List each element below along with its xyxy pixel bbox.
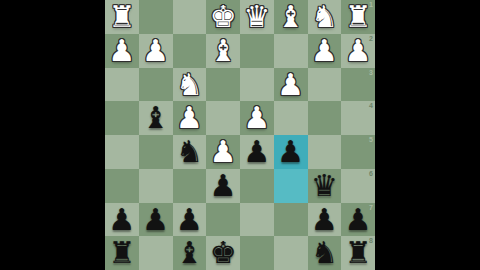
black-bishop: ♝ — [173, 236, 207, 270]
square-b6[interactable]: ♛ — [308, 169, 342, 203]
video-frame: ♜♚♛♝♞♜1♟♟♝♟♟2♞♟3♝♟♟4♞♟♟♟5♟♛6♟♟♟♟♟7♜♝♚♞♜8 — [0, 0, 480, 270]
square-h5[interactable] — [105, 135, 139, 169]
square-e2[interactable]: ♝ — [206, 34, 240, 68]
square-h7[interactable]: ♟ — [105, 203, 139, 237]
square-d2[interactable] — [240, 34, 274, 68]
black-pawn: ♟ — [139, 203, 173, 237]
square-a5[interactable]: 5 — [341, 135, 375, 169]
square-a4[interactable]: 4 — [341, 101, 375, 135]
square-c4[interactable] — [274, 101, 308, 135]
square-g2[interactable]: ♟ — [139, 34, 173, 68]
square-c8[interactable] — [274, 236, 308, 270]
rank-label-4: 4 — [369, 102, 373, 109]
square-f1[interactable] — [173, 0, 207, 34]
letterbox-right — [375, 0, 480, 270]
square-b2[interactable]: ♟ — [308, 34, 342, 68]
square-a3[interactable]: 3 — [341, 68, 375, 102]
white-pawn: ♟ — [240, 101, 274, 135]
square-h1[interactable]: ♜ — [105, 0, 139, 34]
black-pawn: ♟ — [240, 135, 274, 169]
square-a6[interactable]: 6 — [341, 169, 375, 203]
rank-label-8: 8 — [369, 237, 373, 244]
square-f8[interactable]: ♝ — [173, 236, 207, 270]
square-g3[interactable] — [139, 68, 173, 102]
square-e8[interactable]: ♚ — [206, 236, 240, 270]
rank-label-2: 2 — [369, 35, 373, 42]
square-e3[interactable] — [206, 68, 240, 102]
square-d3[interactable] — [240, 68, 274, 102]
square-d1[interactable]: ♛ — [240, 0, 274, 34]
square-d5[interactable]: ♟ — [240, 135, 274, 169]
square-f5[interactable]: ♞ — [173, 135, 207, 169]
square-d7[interactable] — [240, 203, 274, 237]
square-a2[interactable]: ♟2 — [341, 34, 375, 68]
black-pawn: ♟ — [206, 169, 240, 203]
square-g4[interactable]: ♝ — [139, 101, 173, 135]
white-knight: ♞ — [173, 68, 207, 102]
square-c6[interactable] — [274, 169, 308, 203]
square-b3[interactable] — [308, 68, 342, 102]
black-pawn: ♟ — [308, 203, 342, 237]
square-c3[interactable]: ♟ — [274, 68, 308, 102]
white-pawn: ♟ — [308, 34, 342, 68]
white-pawn: ♟ — [105, 34, 139, 68]
white-king: ♚ — [206, 0, 240, 34]
square-d6[interactable] — [240, 169, 274, 203]
square-e5[interactable]: ♟ — [206, 135, 240, 169]
black-king: ♚ — [206, 236, 240, 270]
square-b4[interactable] — [308, 101, 342, 135]
square-f7[interactable]: ♟ — [173, 203, 207, 237]
white-pawn: ♟ — [139, 34, 173, 68]
square-h3[interactable] — [105, 68, 139, 102]
black-rook: ♜ — [105, 236, 139, 270]
square-h4[interactable] — [105, 101, 139, 135]
square-e7[interactable] — [206, 203, 240, 237]
square-c2[interactable] — [274, 34, 308, 68]
white-bishop: ♝ — [206, 34, 240, 68]
square-h6[interactable] — [105, 169, 139, 203]
square-e1[interactable]: ♚ — [206, 0, 240, 34]
white-pawn: ♟ — [206, 135, 240, 169]
square-b7[interactable]: ♟ — [308, 203, 342, 237]
white-rook: ♜ — [105, 0, 139, 34]
black-queen: ♛ — [308, 169, 342, 203]
square-e4[interactable] — [206, 101, 240, 135]
black-knight: ♞ — [308, 236, 342, 270]
black-pawn: ♟ — [173, 203, 207, 237]
black-pawn: ♟ — [105, 203, 139, 237]
square-c7[interactable] — [274, 203, 308, 237]
black-pawn: ♟ — [341, 203, 375, 237]
square-a7[interactable]: ♟7 — [341, 203, 375, 237]
black-pawn: ♟ — [274, 135, 308, 169]
white-knight: ♞ — [308, 0, 342, 34]
chess-board: ♜♚♛♝♞♜1♟♟♝♟♟2♞♟3♝♟♟4♞♟♟♟5♟♛6♟♟♟♟♟7♜♝♚♞♜8 — [105, 0, 375, 270]
square-b8[interactable]: ♞ — [308, 236, 342, 270]
black-knight: ♞ — [173, 135, 207, 169]
square-b5[interactable] — [308, 135, 342, 169]
square-d8[interactable] — [240, 236, 274, 270]
rank-label-6: 6 — [369, 170, 373, 177]
square-a8[interactable]: ♜8 — [341, 236, 375, 270]
black-bishop: ♝ — [139, 101, 173, 135]
square-g1[interactable] — [139, 0, 173, 34]
square-f4[interactable]: ♟ — [173, 101, 207, 135]
square-f3[interactable]: ♞ — [173, 68, 207, 102]
square-h2[interactable]: ♟ — [105, 34, 139, 68]
square-f2[interactable] — [173, 34, 207, 68]
square-g6[interactable] — [139, 169, 173, 203]
black-rook: ♜ — [341, 236, 375, 270]
rank-label-7: 7 — [369, 204, 373, 211]
square-a1[interactable]: ♜1 — [341, 0, 375, 34]
square-g7[interactable]: ♟ — [139, 203, 173, 237]
square-b1[interactable]: ♞ — [308, 0, 342, 34]
rank-label-3: 3 — [369, 69, 373, 76]
square-g5[interactable] — [139, 135, 173, 169]
square-f6[interactable] — [173, 169, 207, 203]
white-queen: ♛ — [240, 0, 274, 34]
square-c1[interactable]: ♝ — [274, 0, 308, 34]
square-d4[interactable]: ♟ — [240, 101, 274, 135]
white-pawn: ♟ — [173, 101, 207, 135]
square-g8[interactable] — [139, 236, 173, 270]
square-h8[interactable]: ♜ — [105, 236, 139, 270]
rank-label-5: 5 — [369, 136, 373, 143]
white-pawn: ♟ — [341, 34, 375, 68]
square-e6[interactable]: ♟ — [206, 169, 240, 203]
square-c5[interactable]: ♟ — [274, 135, 308, 169]
white-rook: ♜ — [341, 0, 375, 34]
letterbox-left — [0, 0, 105, 270]
rank-label-1: 1 — [369, 1, 373, 8]
white-pawn: ♟ — [274, 68, 308, 102]
white-bishop: ♝ — [274, 0, 308, 34]
